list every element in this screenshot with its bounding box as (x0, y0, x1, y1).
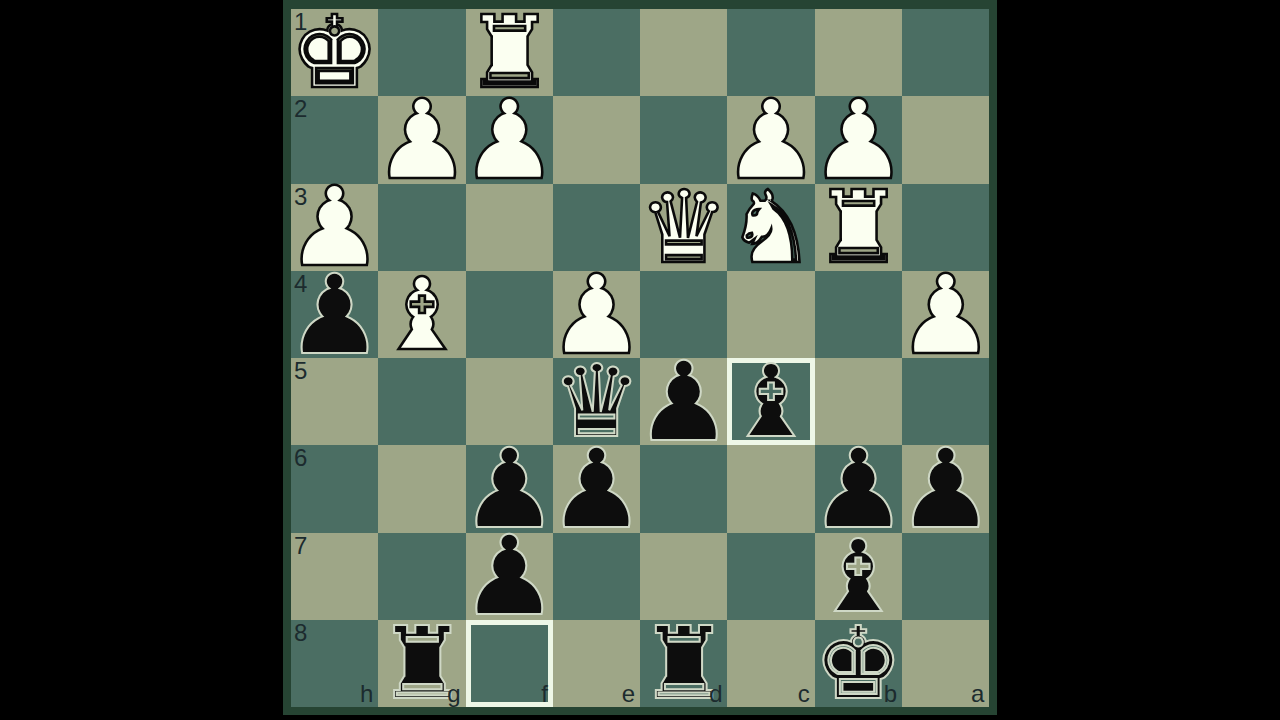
black-pawn-f7[interactable]: ♟ (466, 533, 553, 620)
square-f4[interactable] (466, 271, 553, 358)
square-d5[interactable]: ♟ (640, 358, 727, 445)
square-e1[interactable] (553, 9, 640, 96)
square-h6[interactable]: 6 (291, 445, 378, 532)
square-c8[interactable]: c (727, 620, 814, 707)
square-b3[interactable]: ♜ (815, 184, 902, 271)
file-label-f: f (541, 681, 548, 707)
rank-label-5: 5 (294, 358, 307, 384)
square-h8[interactable]: 8h (291, 620, 378, 707)
square-g4[interactable]: ♝ (378, 271, 465, 358)
square-a4[interactable]: ♟ (902, 271, 989, 358)
square-h1[interactable]: 1♚ (291, 9, 378, 96)
rank-label-2: 2 (294, 96, 307, 122)
rank-label-8: 8 (294, 620, 307, 646)
square-a6[interactable]: ♟ (902, 445, 989, 532)
black-pawn-e6[interactable]: ♟ (553, 445, 640, 532)
square-d8[interactable]: d♜ (640, 620, 727, 707)
square-c5[interactable]: ♝ (727, 358, 814, 445)
square-h4[interactable]: 4♟ (291, 271, 378, 358)
square-h7[interactable]: 7 (291, 533, 378, 620)
white-knight-c3[interactable]: ♞ (727, 184, 814, 271)
white-queen-d3[interactable]: ♛ (640, 184, 727, 271)
white-bishop-g4[interactable]: ♝ (378, 271, 465, 358)
rank-label-4: 4 (294, 271, 307, 297)
white-rook-b3[interactable]: ♜ (815, 184, 902, 271)
square-d3[interactable]: ♛ (640, 184, 727, 271)
square-f2[interactable]: ♟ (466, 96, 553, 183)
black-pawn-d5[interactable]: ♟ (640, 358, 727, 445)
black-pawn-a6[interactable]: ♟ (902, 445, 989, 532)
file-label-e: e (622, 681, 635, 707)
square-a8[interactable]: a (902, 620, 989, 707)
white-pawn-g2[interactable]: ♟ (378, 96, 465, 183)
file-label-b: b (884, 681, 897, 707)
file-label-c: c (798, 681, 810, 707)
square-g2[interactable]: ♟ (378, 96, 465, 183)
square-a1[interactable] (902, 9, 989, 96)
square-c3[interactable]: ♞ (727, 184, 814, 271)
square-b8[interactable]: b♚ (815, 620, 902, 707)
square-g6[interactable] (378, 445, 465, 532)
rank-label-3: 3 (294, 184, 307, 210)
file-label-a: a (971, 681, 984, 707)
square-d1[interactable] (640, 9, 727, 96)
rank-label-7: 7 (294, 533, 307, 559)
chess-board-frame: 1♚♜2♟♟♟♟3♟♛♞♜4♟♝♟♟5♛♟♝6♟♟♟♟7♟♝8hg♜fed♜cb… (283, 0, 997, 715)
rank-label-1: 1 (294, 9, 307, 35)
white-pawn-f2[interactable]: ♟ (466, 96, 553, 183)
square-a2[interactable] (902, 96, 989, 183)
square-e6[interactable]: ♟ (553, 445, 640, 532)
black-bishop-c5[interactable]: ♝ (727, 358, 814, 445)
rank-label-6: 6 (294, 445, 307, 471)
square-e2[interactable] (553, 96, 640, 183)
square-f7[interactable]: ♟ (466, 533, 553, 620)
file-label-d: d (709, 681, 722, 707)
white-pawn-a4[interactable]: ♟ (902, 271, 989, 358)
file-label-g: g (447, 681, 460, 707)
file-label-h: h (360, 681, 373, 707)
page-background: 1♚♜2♟♟♟♟3♟♛♞♜4♟♝♟♟5♛♟♝6♟♟♟♟7♟♝8hg♜fed♜cb… (0, 0, 1280, 720)
chess-board[interactable]: 1♚♜2♟♟♟♟3♟♛♞♜4♟♝♟♟5♛♟♝6♟♟♟♟7♟♝8hg♜fed♜cb… (291, 9, 989, 707)
square-c7[interactable] (727, 533, 814, 620)
square-e8[interactable]: e (553, 620, 640, 707)
square-g8[interactable]: g♜ (378, 620, 465, 707)
